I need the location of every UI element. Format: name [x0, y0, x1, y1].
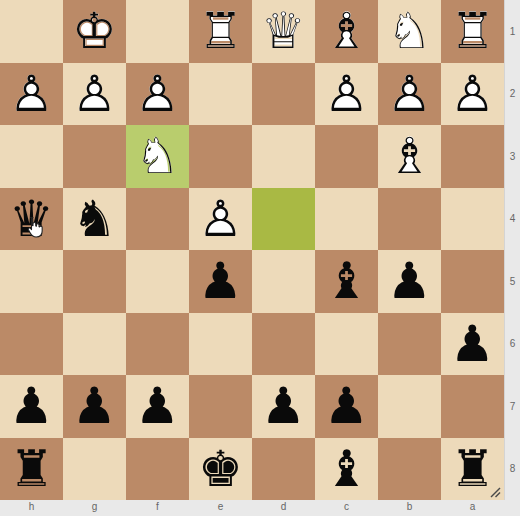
square-b2[interactable]: ♟♙ [378, 63, 441, 126]
rank-label-5: 5 [505, 250, 520, 313]
piece-glyph: ♙ [135, 69, 180, 119]
square-a5[interactable] [441, 250, 504, 313]
piece-white-pawn[interactable]: ♟♙ [0, 63, 63, 126]
file-label-b: b [378, 500, 441, 516]
square-c6[interactable] [315, 313, 378, 376]
square-h5[interactable] [0, 250, 63, 313]
piece-glyph: ♙ [9, 69, 54, 119]
rank-label-1: 1 [505, 0, 520, 63]
rank-label-4: 4 [505, 188, 520, 251]
square-f6[interactable] [126, 313, 189, 376]
square-e8[interactable]: ♚ [189, 438, 252, 501]
piece-glyph: ♞ [72, 194, 117, 244]
piece-white-knight[interactable]: ♞♘ [378, 0, 441, 63]
square-b8[interactable] [378, 438, 441, 501]
piece-black-pawn[interactable]: ♟ [126, 375, 189, 438]
square-e7[interactable] [189, 375, 252, 438]
piece-white-pawn[interactable]: ♟♙ [378, 63, 441, 126]
piece-black-pawn[interactable]: ♟ [378, 250, 441, 313]
piece-black-king[interactable]: ♚ [189, 438, 252, 501]
chess-board[interactable]: ♚♔♜♖♛♕♝♗♞♘♜♖♟♙♟♙♟♙♟♙♟♙♟♙♞♘♝♗♛♞♟♙♟♝♟♟♟♟♟♟… [0, 0, 504, 500]
piece-glyph: ♔ [72, 6, 117, 56]
piece-glyph: ♟ [261, 381, 306, 431]
piece-glyph: ♟ [135, 381, 180, 431]
piece-glyph: ♖ [450, 6, 495, 56]
square-b1[interactable]: ♞♘ [378, 0, 441, 63]
piece-black-pawn[interactable]: ♟ [315, 375, 378, 438]
piece-glyph: ♙ [387, 69, 432, 119]
piece-glyph: ♝ [324, 444, 369, 494]
file-coordinates-strip: hgfedcba [0, 500, 520, 516]
piece-white-knight[interactable]: ♞♘ [126, 125, 189, 188]
piece-glyph: ♙ [72, 69, 117, 119]
piece-black-pawn[interactable]: ♟ [252, 375, 315, 438]
chess-app-window: ♚♔♜♖♛♕♝♗♞♘♜♖♟♙♟♙♟♙♟♙♟♙♟♙♞♘♝♗♛♞♟♙♟♝♟♟♟♟♟♟… [0, 0, 520, 516]
piece-glyph: ♟ [198, 256, 243, 306]
square-e3[interactable] [189, 125, 252, 188]
hand-cursor-icon [23, 216, 43, 238]
piece-white-bishop[interactable]: ♝♗ [378, 125, 441, 188]
square-a2[interactable]: ♟♙ [441, 63, 504, 126]
piece-glyph: ♗ [387, 131, 432, 181]
square-c1[interactable]: ♝♗ [315, 0, 378, 63]
square-c7[interactable]: ♟ [315, 375, 378, 438]
piece-black-bishop[interactable]: ♝ [315, 250, 378, 313]
square-b7[interactable] [378, 375, 441, 438]
square-e5[interactable]: ♟ [189, 250, 252, 313]
square-d2[interactable] [252, 63, 315, 126]
square-c4[interactable] [315, 188, 378, 251]
square-d7[interactable]: ♟ [252, 375, 315, 438]
piece-white-pawn[interactable]: ♟♙ [315, 63, 378, 126]
piece-glyph: ♙ [324, 69, 369, 119]
square-b4[interactable] [378, 188, 441, 251]
piece-glyph: ♘ [135, 131, 180, 181]
square-c5[interactable]: ♝ [315, 250, 378, 313]
piece-black-knight[interactable]: ♞ [63, 188, 126, 251]
square-h7[interactable]: ♟ [0, 375, 63, 438]
square-a6[interactable]: ♟ [441, 313, 504, 376]
piece-white-queen[interactable]: ♛♕ [252, 0, 315, 63]
rank-label-3: 3 [505, 125, 520, 188]
square-d4[interactable] [252, 188, 315, 251]
file-label-f: f [126, 500, 189, 516]
square-f4[interactable] [126, 188, 189, 251]
piece-black-pawn[interactable]: ♟ [0, 375, 63, 438]
piece-glyph: ♘ [387, 6, 432, 56]
square-g8[interactable] [63, 438, 126, 501]
piece-glyph: ♟ [9, 381, 54, 431]
piece-white-bishop[interactable]: ♝♗ [315, 0, 378, 63]
piece-glyph: ♙ [450, 69, 495, 119]
square-g4[interactable]: ♞ [63, 188, 126, 251]
square-d3[interactable] [252, 125, 315, 188]
rank-label-7: 7 [505, 375, 520, 438]
square-g1[interactable]: ♚♔ [63, 0, 126, 63]
rank-label-8: 8 [505, 438, 520, 501]
piece-glyph: ♝ [324, 256, 369, 306]
square-f7[interactable]: ♟ [126, 375, 189, 438]
rank-label-2: 2 [505, 63, 520, 126]
piece-glyph: ♙ [198, 194, 243, 244]
file-label-d: d [252, 500, 315, 516]
square-h1[interactable] [0, 0, 63, 63]
square-d6[interactable] [252, 313, 315, 376]
square-g5[interactable] [63, 250, 126, 313]
square-g2[interactable]: ♟♙ [63, 63, 126, 126]
rank-label-6: 6 [505, 313, 520, 376]
file-label-h: h [0, 500, 63, 516]
piece-white-pawn[interactable]: ♟♙ [189, 188, 252, 251]
file-label-e: e [189, 500, 252, 516]
square-g3[interactable] [63, 125, 126, 188]
square-f3[interactable]: ♞♘ [126, 125, 189, 188]
square-c2[interactable]: ♟♙ [315, 63, 378, 126]
square-e4[interactable]: ♟♙ [189, 188, 252, 251]
piece-white-pawn[interactable]: ♟♙ [126, 63, 189, 126]
piece-white-rook[interactable]: ♜♖ [189, 0, 252, 63]
square-d1[interactable]: ♛♕ [252, 0, 315, 63]
square-h2[interactable]: ♟♙ [0, 63, 63, 126]
piece-white-king[interactable]: ♚♔ [63, 0, 126, 63]
file-label-g: g [63, 500, 126, 516]
square-a7[interactable] [441, 375, 504, 438]
square-b5[interactable]: ♟ [378, 250, 441, 313]
piece-glyph: ♗ [324, 6, 369, 56]
square-g7[interactable]: ♟ [63, 375, 126, 438]
square-h3[interactable] [0, 125, 63, 188]
piece-black-pawn[interactable]: ♟ [63, 375, 126, 438]
square-a1[interactable]: ♜♖ [441, 0, 504, 63]
piece-black-pawn[interactable]: ♟ [189, 250, 252, 313]
file-label-a: a [441, 500, 504, 516]
square-h6[interactable] [0, 313, 63, 376]
square-f5[interactable] [126, 250, 189, 313]
gutter-corner [504, 500, 520, 516]
square-f1[interactable] [126, 0, 189, 63]
piece-black-pawn[interactable]: ♟ [441, 313, 504, 376]
square-b3[interactable]: ♝♗ [378, 125, 441, 188]
square-d8[interactable] [252, 438, 315, 501]
piece-glyph: ♜ [9, 444, 54, 494]
square-c3[interactable] [315, 125, 378, 188]
piece-black-rook[interactable]: ♜ [0, 438, 63, 501]
square-e2[interactable] [189, 63, 252, 126]
square-f2[interactable]: ♟♙ [126, 63, 189, 126]
piece-glyph: ♕ [261, 6, 306, 56]
piece-glyph: ♟ [450, 319, 495, 369]
piece-black-bishop[interactable]: ♝ [315, 438, 378, 501]
piece-glyph: ♟ [387, 256, 432, 306]
square-a4[interactable] [441, 188, 504, 251]
piece-glyph: ♟ [72, 381, 117, 431]
square-g6[interactable] [63, 313, 126, 376]
square-d5[interactable] [252, 250, 315, 313]
rank-coordinates-gutter: 12345678 [504, 0, 520, 500]
square-b6[interactable] [378, 313, 441, 376]
square-e6[interactable] [189, 313, 252, 376]
square-e1[interactable]: ♜♖ [189, 0, 252, 63]
piece-glyph: ♖ [198, 6, 243, 56]
file-label-c: c [315, 500, 378, 516]
piece-glyph: ♚ [198, 444, 243, 494]
board-resize-handle[interactable] [488, 485, 502, 499]
square-h8[interactable]: ♜ [0, 438, 63, 501]
square-f8[interactable] [126, 438, 189, 501]
piece-white-rook[interactable]: ♜♖ [441, 0, 504, 63]
piece-white-pawn[interactable]: ♟♙ [63, 63, 126, 126]
square-a3[interactable] [441, 125, 504, 188]
piece-glyph: ♟ [324, 381, 369, 431]
piece-white-pawn[interactable]: ♟♙ [441, 63, 504, 126]
square-c8[interactable]: ♝ [315, 438, 378, 501]
